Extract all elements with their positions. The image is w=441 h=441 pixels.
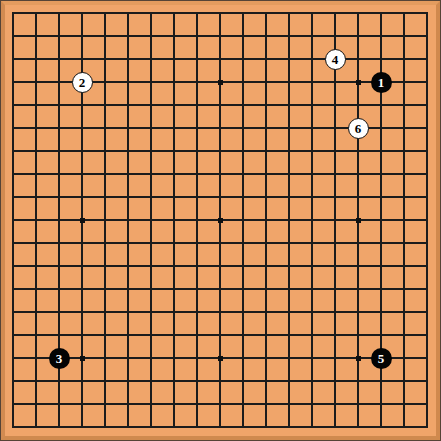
intersection bbox=[2, 393, 25, 416]
intersection bbox=[25, 278, 48, 301]
intersection bbox=[324, 416, 347, 439]
intersection bbox=[301, 370, 324, 393]
intersection bbox=[2, 48, 25, 71]
intersection bbox=[186, 71, 209, 94]
intersection bbox=[140, 347, 163, 370]
intersection bbox=[324, 117, 347, 140]
intersection bbox=[370, 416, 393, 439]
intersection bbox=[416, 393, 439, 416]
intersection bbox=[209, 25, 232, 48]
black-stone: 1 bbox=[371, 72, 392, 93]
intersection bbox=[71, 48, 94, 71]
intersection bbox=[48, 232, 71, 255]
intersection bbox=[117, 232, 140, 255]
intersection bbox=[232, 2, 255, 25]
intersection bbox=[186, 48, 209, 71]
intersection bbox=[416, 209, 439, 232]
intersection bbox=[48, 140, 71, 163]
intersection bbox=[25, 209, 48, 232]
intersection bbox=[278, 278, 301, 301]
intersection bbox=[71, 232, 94, 255]
intersection bbox=[48, 25, 71, 48]
intersection bbox=[393, 25, 416, 48]
intersection bbox=[140, 278, 163, 301]
intersection bbox=[393, 370, 416, 393]
intersection bbox=[209, 117, 232, 140]
intersection bbox=[324, 255, 347, 278]
intersection bbox=[117, 278, 140, 301]
intersection bbox=[209, 301, 232, 324]
intersection bbox=[25, 48, 48, 71]
intersection bbox=[255, 48, 278, 71]
intersection: 4 bbox=[324, 48, 347, 71]
intersection bbox=[48, 2, 71, 25]
intersection bbox=[255, 209, 278, 232]
intersection bbox=[71, 255, 94, 278]
intersection bbox=[186, 186, 209, 209]
stone-number: 3 bbox=[56, 351, 63, 364]
intersection bbox=[347, 255, 370, 278]
intersection bbox=[71, 140, 94, 163]
intersection bbox=[301, 278, 324, 301]
intersection bbox=[347, 393, 370, 416]
intersection bbox=[324, 209, 347, 232]
intersection bbox=[255, 278, 278, 301]
intersection bbox=[324, 324, 347, 347]
intersection bbox=[117, 140, 140, 163]
black-stone: 3 bbox=[49, 348, 70, 369]
intersection bbox=[393, 278, 416, 301]
star-point bbox=[218, 356, 223, 361]
intersection bbox=[2, 301, 25, 324]
intersection bbox=[232, 232, 255, 255]
intersection bbox=[301, 255, 324, 278]
intersection bbox=[370, 117, 393, 140]
intersection bbox=[94, 2, 117, 25]
intersection bbox=[94, 140, 117, 163]
stone-number: 2 bbox=[79, 75, 86, 88]
intersection bbox=[209, 370, 232, 393]
intersection bbox=[186, 301, 209, 324]
intersection bbox=[324, 301, 347, 324]
intersection bbox=[416, 232, 439, 255]
intersection bbox=[140, 301, 163, 324]
intersection bbox=[186, 278, 209, 301]
intersection bbox=[416, 370, 439, 393]
intersection bbox=[2, 209, 25, 232]
intersection bbox=[163, 48, 186, 71]
intersection bbox=[370, 48, 393, 71]
intersection bbox=[94, 71, 117, 94]
intersection bbox=[94, 186, 117, 209]
intersection bbox=[232, 186, 255, 209]
intersection bbox=[324, 140, 347, 163]
intersection bbox=[117, 71, 140, 94]
intersection bbox=[117, 255, 140, 278]
intersection bbox=[370, 255, 393, 278]
intersection bbox=[393, 232, 416, 255]
intersection bbox=[25, 255, 48, 278]
intersection bbox=[278, 301, 301, 324]
intersection bbox=[186, 2, 209, 25]
intersection bbox=[48, 209, 71, 232]
intersection bbox=[278, 416, 301, 439]
intersection bbox=[416, 2, 439, 25]
intersection bbox=[416, 416, 439, 439]
intersection bbox=[301, 393, 324, 416]
intersection bbox=[163, 255, 186, 278]
intersection bbox=[48, 117, 71, 140]
intersection bbox=[255, 94, 278, 117]
intersection bbox=[163, 393, 186, 416]
intersection bbox=[71, 301, 94, 324]
intersection bbox=[370, 209, 393, 232]
intersection bbox=[186, 232, 209, 255]
intersection bbox=[255, 232, 278, 255]
intersection bbox=[347, 347, 370, 370]
intersection bbox=[416, 94, 439, 117]
intersection bbox=[25, 94, 48, 117]
intersection bbox=[393, 2, 416, 25]
intersection bbox=[209, 2, 232, 25]
intersection bbox=[393, 48, 416, 71]
intersection bbox=[255, 301, 278, 324]
intersection bbox=[94, 347, 117, 370]
intersection bbox=[2, 416, 25, 439]
intersection bbox=[255, 117, 278, 140]
intersection bbox=[163, 301, 186, 324]
stone-number: 1 bbox=[378, 75, 385, 88]
intersection bbox=[163, 209, 186, 232]
intersection bbox=[117, 393, 140, 416]
intersection bbox=[232, 301, 255, 324]
intersection bbox=[324, 186, 347, 209]
intersection bbox=[232, 140, 255, 163]
intersection bbox=[48, 71, 71, 94]
intersection bbox=[416, 140, 439, 163]
intersection bbox=[324, 370, 347, 393]
intersection bbox=[48, 163, 71, 186]
intersection bbox=[2, 71, 25, 94]
intersection bbox=[393, 163, 416, 186]
goban: 421635 bbox=[0, 0, 441, 441]
intersection bbox=[232, 416, 255, 439]
intersection bbox=[278, 186, 301, 209]
intersection bbox=[416, 25, 439, 48]
intersection bbox=[393, 324, 416, 347]
stone-number: 5 bbox=[378, 351, 385, 364]
intersection bbox=[278, 71, 301, 94]
intersection bbox=[140, 255, 163, 278]
intersection bbox=[278, 255, 301, 278]
intersection bbox=[48, 255, 71, 278]
intersection bbox=[48, 393, 71, 416]
intersection bbox=[393, 209, 416, 232]
intersection bbox=[94, 255, 117, 278]
intersection bbox=[255, 347, 278, 370]
intersection bbox=[71, 278, 94, 301]
intersection bbox=[209, 324, 232, 347]
intersection bbox=[2, 94, 25, 117]
intersection bbox=[117, 94, 140, 117]
white-stone: 2 bbox=[72, 72, 93, 93]
intersection bbox=[140, 71, 163, 94]
intersection bbox=[25, 232, 48, 255]
intersection bbox=[209, 347, 232, 370]
intersection bbox=[117, 163, 140, 186]
intersection bbox=[393, 255, 416, 278]
intersection bbox=[416, 117, 439, 140]
intersection bbox=[232, 209, 255, 232]
intersection bbox=[140, 117, 163, 140]
intersection bbox=[278, 232, 301, 255]
intersection bbox=[48, 416, 71, 439]
intersection bbox=[140, 232, 163, 255]
intersection bbox=[370, 25, 393, 48]
intersection bbox=[255, 393, 278, 416]
intersection bbox=[209, 278, 232, 301]
intersection bbox=[94, 393, 117, 416]
intersection bbox=[25, 416, 48, 439]
intersection bbox=[48, 278, 71, 301]
intersection bbox=[416, 48, 439, 71]
intersection bbox=[140, 94, 163, 117]
intersection bbox=[209, 186, 232, 209]
intersection bbox=[71, 2, 94, 25]
intersection bbox=[186, 370, 209, 393]
intersection bbox=[232, 94, 255, 117]
star-point bbox=[218, 218, 223, 223]
intersection bbox=[94, 301, 117, 324]
intersection bbox=[25, 140, 48, 163]
intersection bbox=[2, 186, 25, 209]
intersection bbox=[209, 255, 232, 278]
intersection bbox=[140, 186, 163, 209]
intersection bbox=[301, 71, 324, 94]
intersection bbox=[71, 186, 94, 209]
intersection bbox=[163, 186, 186, 209]
intersection bbox=[255, 140, 278, 163]
intersection bbox=[209, 393, 232, 416]
intersection bbox=[186, 393, 209, 416]
intersection bbox=[370, 301, 393, 324]
star-point bbox=[356, 80, 361, 85]
intersection bbox=[140, 324, 163, 347]
intersection bbox=[393, 347, 416, 370]
intersection bbox=[25, 25, 48, 48]
intersection bbox=[416, 186, 439, 209]
intersection bbox=[140, 416, 163, 439]
intersection bbox=[117, 370, 140, 393]
intersection bbox=[324, 278, 347, 301]
intersection bbox=[140, 25, 163, 48]
intersection bbox=[2, 255, 25, 278]
intersection bbox=[209, 48, 232, 71]
intersection bbox=[94, 117, 117, 140]
intersection bbox=[232, 278, 255, 301]
intersection bbox=[232, 255, 255, 278]
intersection bbox=[324, 2, 347, 25]
intersection bbox=[370, 278, 393, 301]
intersection bbox=[347, 186, 370, 209]
intersection bbox=[301, 416, 324, 439]
intersection bbox=[163, 370, 186, 393]
intersection: 5 bbox=[370, 347, 393, 370]
intersection bbox=[140, 140, 163, 163]
intersection bbox=[25, 117, 48, 140]
intersection bbox=[232, 370, 255, 393]
intersection bbox=[140, 163, 163, 186]
intersection bbox=[140, 2, 163, 25]
intersection bbox=[48, 48, 71, 71]
intersection bbox=[301, 94, 324, 117]
intersection bbox=[117, 347, 140, 370]
intersection bbox=[209, 94, 232, 117]
intersection bbox=[25, 186, 48, 209]
intersection bbox=[186, 416, 209, 439]
intersection bbox=[324, 25, 347, 48]
intersection bbox=[94, 163, 117, 186]
intersection bbox=[370, 232, 393, 255]
intersection bbox=[347, 370, 370, 393]
black-stone: 5 bbox=[371, 348, 392, 369]
intersection bbox=[25, 163, 48, 186]
intersection: 2 bbox=[71, 71, 94, 94]
intersection bbox=[48, 324, 71, 347]
intersection bbox=[278, 347, 301, 370]
intersection bbox=[71, 117, 94, 140]
intersection bbox=[278, 140, 301, 163]
intersection bbox=[347, 209, 370, 232]
intersection bbox=[347, 2, 370, 25]
intersection bbox=[117, 48, 140, 71]
intersection bbox=[94, 278, 117, 301]
intersection bbox=[94, 209, 117, 232]
intersection bbox=[117, 324, 140, 347]
intersection bbox=[347, 140, 370, 163]
intersection bbox=[186, 117, 209, 140]
intersection bbox=[370, 163, 393, 186]
intersection bbox=[347, 25, 370, 48]
intersection bbox=[301, 347, 324, 370]
intersection bbox=[71, 25, 94, 48]
goban-grid: 421635 bbox=[2, 2, 439, 439]
intersection bbox=[163, 163, 186, 186]
intersection bbox=[278, 48, 301, 71]
intersection bbox=[416, 278, 439, 301]
intersection bbox=[232, 163, 255, 186]
intersection bbox=[301, 2, 324, 25]
intersection bbox=[416, 255, 439, 278]
intersection bbox=[370, 186, 393, 209]
intersection bbox=[25, 393, 48, 416]
intersection bbox=[347, 232, 370, 255]
stone-number: 4 bbox=[332, 52, 339, 65]
intersection bbox=[117, 301, 140, 324]
intersection bbox=[117, 117, 140, 140]
intersection bbox=[2, 347, 25, 370]
intersection bbox=[71, 393, 94, 416]
intersection bbox=[163, 232, 186, 255]
intersection bbox=[301, 48, 324, 71]
intersection bbox=[94, 94, 117, 117]
intersection bbox=[163, 140, 186, 163]
intersection bbox=[232, 324, 255, 347]
intersection bbox=[232, 48, 255, 71]
intersection bbox=[163, 71, 186, 94]
intersection bbox=[278, 2, 301, 25]
intersection bbox=[163, 347, 186, 370]
intersection bbox=[393, 117, 416, 140]
intersection bbox=[255, 255, 278, 278]
intersection bbox=[2, 370, 25, 393]
intersection bbox=[255, 324, 278, 347]
intersection bbox=[94, 48, 117, 71]
intersection bbox=[25, 324, 48, 347]
intersection bbox=[301, 163, 324, 186]
white-stone: 4 bbox=[325, 49, 346, 70]
intersection bbox=[255, 186, 278, 209]
intersection bbox=[186, 324, 209, 347]
intersection bbox=[324, 232, 347, 255]
intersection bbox=[2, 25, 25, 48]
intersection bbox=[25, 370, 48, 393]
intersection bbox=[370, 140, 393, 163]
intersection bbox=[94, 324, 117, 347]
intersection bbox=[278, 94, 301, 117]
intersection bbox=[2, 324, 25, 347]
intersection bbox=[117, 25, 140, 48]
intersection bbox=[71, 370, 94, 393]
intersection bbox=[416, 163, 439, 186]
intersection bbox=[278, 393, 301, 416]
intersection bbox=[370, 370, 393, 393]
intersection bbox=[324, 347, 347, 370]
intersection bbox=[255, 71, 278, 94]
intersection bbox=[301, 186, 324, 209]
intersection bbox=[186, 25, 209, 48]
intersection bbox=[347, 94, 370, 117]
intersection bbox=[163, 278, 186, 301]
intersection bbox=[163, 94, 186, 117]
intersection bbox=[301, 25, 324, 48]
intersection bbox=[255, 370, 278, 393]
intersection bbox=[278, 370, 301, 393]
intersection bbox=[186, 347, 209, 370]
intersection bbox=[163, 117, 186, 140]
intersection bbox=[186, 255, 209, 278]
intersection bbox=[48, 94, 71, 117]
intersection bbox=[48, 370, 71, 393]
intersection bbox=[94, 370, 117, 393]
intersection bbox=[370, 2, 393, 25]
intersection bbox=[94, 232, 117, 255]
intersection bbox=[301, 209, 324, 232]
intersection bbox=[232, 71, 255, 94]
intersection bbox=[393, 301, 416, 324]
intersection bbox=[163, 25, 186, 48]
intersection bbox=[347, 48, 370, 71]
intersection bbox=[232, 117, 255, 140]
intersection bbox=[255, 25, 278, 48]
intersection bbox=[209, 163, 232, 186]
intersection bbox=[25, 2, 48, 25]
intersection bbox=[71, 163, 94, 186]
intersection bbox=[347, 163, 370, 186]
intersection bbox=[186, 209, 209, 232]
intersection bbox=[209, 416, 232, 439]
intersection bbox=[255, 416, 278, 439]
